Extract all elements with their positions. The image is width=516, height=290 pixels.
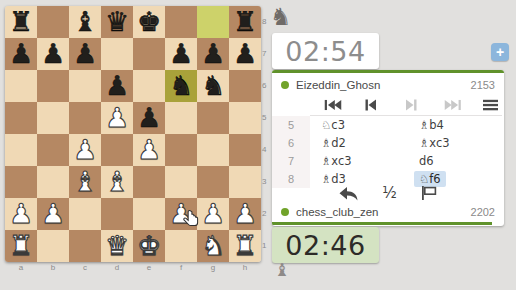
square-b3[interactable] [37,166,69,198]
cursor-hand-icon [182,209,200,230]
move-list[interactable]: 5♘c3♗b46♗d2♗xc37♗xc3d68♗d3♘f6 [272,116,504,188]
black-pawn-h7: ♟ [233,38,257,70]
square-a8[interactable]: ♜ [5,6,37,38]
white-pawn-h2: ♟ [233,198,257,230]
square-b8[interactable] [37,6,69,38]
give-time-button[interactable]: + [491,43,509,61]
menu-button[interactable] [477,94,503,115]
square-d6[interactable]: ♟ [101,70,133,102]
square-a5[interactable] [5,102,37,134]
black-rook-a8: ♜ [9,6,33,38]
square-b1[interactable] [37,230,69,262]
square-g1[interactable]: ♞ [197,230,229,262]
next-move-button[interactable] [399,94,425,115]
player-clock-time: 02:46 [285,230,365,261]
square-e6[interactable] [133,70,165,102]
square-g6[interactable]: ♞ [197,70,229,102]
first-move-button[interactable] [320,94,346,115]
white-king-e1: ♚ [137,230,161,262]
chess-board[interactable]: ♜♝♛♚♜♟♟♟♟♟♟♟♞♞♟♟♟♟♝♝♟♟♟♟♟♜♛♚♞♜ [5,6,261,262]
square-f4[interactable] [165,134,197,166]
white-pawn-g2: ♟ [201,198,225,230]
square-f3[interactable] [165,166,197,198]
square-e1[interactable]: ♚ [133,230,165,262]
online-dot [281,208,289,216]
opponent-progress-bar [272,70,504,73]
game-actions: ½ [272,183,504,203]
black-knight-f6: ♞ [169,70,193,102]
game-panel: Eizeddin_Ghosn 2153 5♘c3♗b46♗d2♗xc37♗xc3… [272,70,504,226]
black-knight-g6: ♞ [201,70,225,102]
black-pawn-d6: ♟ [105,70,129,102]
square-c2[interactable] [69,198,101,230]
square-d2[interactable] [101,198,133,230]
file-label-c: c [69,262,101,274]
square-a6[interactable] [5,70,37,102]
opponent-clock: 02:54 [272,33,379,69]
black-pawn-g7: ♟ [201,38,225,70]
square-h3[interactable] [229,166,261,198]
move-number: 7 [272,155,310,167]
file-label-e: e [133,262,165,274]
player-row[interactable]: chess_club_zen 2202 [272,203,504,221]
file-label-f: f [165,262,197,274]
square-h4[interactable] [229,134,261,166]
square-a3[interactable] [5,166,37,198]
rank-label-5: 5 [262,102,272,134]
square-e7[interactable] [133,38,165,70]
square-h1[interactable]: ♜ [229,230,261,262]
square-g4[interactable] [197,134,229,166]
square-c5[interactable] [69,102,101,134]
rank-label-1: 1 [262,230,272,262]
file-label-g: g [197,262,229,274]
black-pawn-f7: ♟ [169,38,193,70]
black-rook-h8: ♜ [233,6,257,38]
rank-label-3: 3 [262,166,272,198]
square-h6[interactable] [229,70,261,102]
white-pawn-b2: ♟ [41,198,65,230]
square-c4[interactable]: ♟ [69,134,101,166]
square-c8[interactable]: ♝ [69,6,101,38]
square-d7[interactable] [101,38,133,70]
move-nav [272,94,504,115]
square-h5[interactable] [229,102,261,134]
square-d5[interactable]: ♟ [101,102,133,134]
black-pawn-b7: ♟ [41,38,65,70]
square-h2[interactable]: ♟ [229,198,261,230]
square-h7[interactable]: ♟ [229,38,261,70]
square-h8[interactable]: ♜ [229,6,261,38]
square-e5[interactable]: ♟ [133,102,165,134]
square-e8[interactable]: ♚ [133,6,165,38]
square-e3[interactable] [133,166,165,198]
rank-label-7: 7 [262,38,272,70]
square-b5[interactable] [37,102,69,134]
black-king-e8: ♚ [137,6,161,38]
white-pawn-e4: ♟ [137,134,161,166]
rank-label-6: 6 [262,70,272,102]
opponent-row[interactable]: Eizeddin_Ghosn 2153 [272,76,504,94]
flag-icon [425,188,436,195]
player-clock: 02:46 [272,227,379,263]
draw-offer-button[interactable]: ½ [382,184,397,202]
move-number: 6 [272,137,310,149]
file-label-d: d [101,262,133,274]
draw-half-label: ½ [382,184,397,202]
white-move[interactable]: ♗xc3 [310,154,408,168]
square-g7[interactable]: ♟ [197,38,229,70]
square-g5[interactable] [197,102,229,134]
white-move[interactable]: ♘c3 [310,118,408,132]
black-pawn-a7: ♟ [9,38,33,70]
white-move[interactable]: ♗d2 [310,136,408,150]
square-f1[interactable] [165,230,197,262]
plus-icon: + [496,44,504,60]
white-rook-h1: ♜ [233,230,257,262]
captured-knight-icon: ♞ [270,3,292,31]
square-d1[interactable]: ♛ [101,230,133,262]
move-row-7: 7♗xc3d6 [272,152,504,170]
square-d8[interactable]: ♛ [101,6,133,38]
player-progress-bar [272,222,492,225]
online-dot [281,81,289,89]
white-rook-a1: ♜ [9,230,33,262]
black-queen-d8: ♛ [105,6,129,38]
move-number: 5 [272,119,310,131]
square-b6[interactable] [37,70,69,102]
square-g3[interactable] [197,166,229,198]
takeback-button[interactable] [338,185,359,202]
white-knight-g1: ♞ [201,230,225,262]
square-f8[interactable] [165,6,197,38]
black-pawn-c7: ♟ [73,38,97,70]
file-label-b: b [37,262,69,274]
last-move-button[interactable] [440,94,466,115]
file-label-h: h [229,262,261,274]
square-c3[interactable]: ♝ [69,166,101,198]
black-pawn-e5: ♟ [137,102,161,134]
square-g8[interactable] [197,6,229,38]
move-row-6: 6♗d2♗xc3 [272,134,504,152]
move-row-5: 5♘c3♗b4 [272,116,504,134]
file-label-a: a [5,262,37,274]
square-b4[interactable] [37,134,69,166]
square-b2[interactable]: ♟ [37,198,69,230]
white-queen-d1: ♛ [105,230,129,262]
square-f5[interactable] [165,102,197,134]
square-e4[interactable]: ♟ [133,134,165,166]
black-move[interactable]: ♗b4 [408,118,504,132]
player-rating: 2202 [471,206,495,218]
square-c7[interactable]: ♟ [69,38,101,70]
square-b7[interactable]: ♟ [37,38,69,70]
rank-label-2: 2 [262,198,272,230]
opponent-name: Eizeddin_Ghosn [296,79,471,91]
white-bishop-c3: ♝ [73,166,97,198]
square-d3[interactable]: ♝ [101,166,133,198]
square-c6[interactable] [69,70,101,102]
captured-bishop-icon: ♝ [274,259,290,280]
square-a2[interactable]: ♟ [5,198,37,230]
white-pawn-a2: ♟ [9,198,33,230]
opponent-rating: 2153 [471,79,495,91]
black-move[interactable]: ♗xc3 [408,136,504,150]
flag-pole [422,186,424,200]
white-bishop-d3: ♝ [105,166,129,198]
white-pawn-c4: ♟ [73,134,97,166]
square-g2[interactable]: ♟ [197,198,229,230]
rank-label-4: 4 [262,134,272,166]
square-a4[interactable] [5,134,37,166]
opponent-clock-time: 02:54 [285,36,365,67]
square-d4[interactable] [101,134,133,166]
square-a1[interactable]: ♜ [5,230,37,262]
black-move[interactable]: d6 [408,154,504,168]
resign-button[interactable] [420,185,438,201]
square-a7[interactable]: ♟ [5,38,37,70]
square-f6[interactable]: ♞ [165,70,197,102]
square-f7[interactable]: ♟ [165,38,197,70]
black-bishop-c8: ♝ [73,6,97,38]
square-c1[interactable] [69,230,101,262]
player-name: chess_club_zen [296,206,471,218]
square-e2[interactable] [133,198,165,230]
white-pawn-d5: ♟ [105,102,129,134]
prev-move-button[interactable] [357,94,383,115]
